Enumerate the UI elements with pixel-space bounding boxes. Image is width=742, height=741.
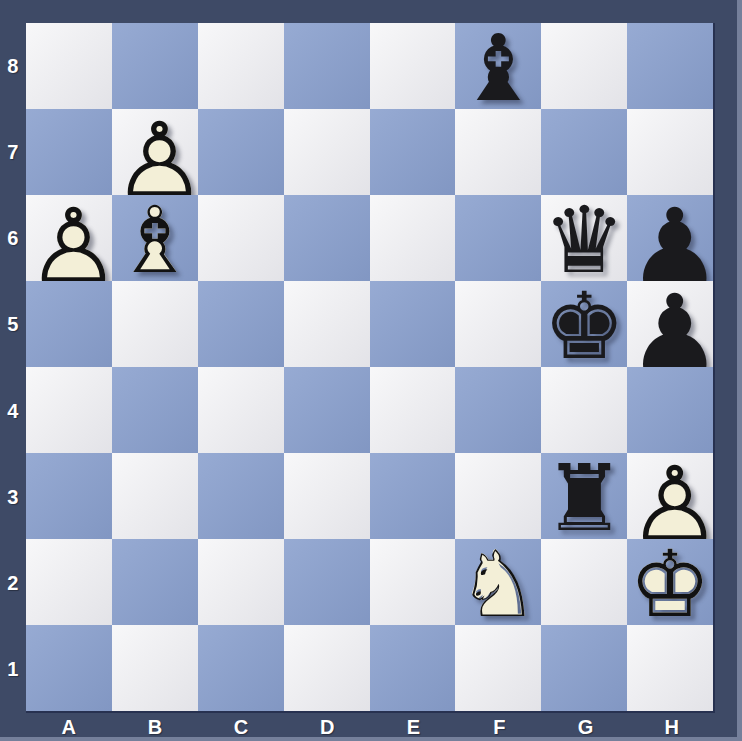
black-rook-glyph: ♜ (543, 453, 625, 545)
rank-label-7: 7 (0, 109, 26, 195)
file-labels: ABCDEFGH (26, 713, 715, 741)
square-e5[interactable] (370, 281, 456, 367)
square-f7[interactable] (455, 109, 541, 195)
square-b6[interactable]: ♝♗ (112, 195, 198, 281)
square-g3[interactable]: ♜ (541, 453, 627, 539)
piece-black-rook-g3[interactable]: ♜ (541, 453, 627, 539)
square-h4[interactable] (627, 367, 713, 453)
square-b5[interactable] (112, 281, 198, 367)
square-e8[interactable] (370, 23, 456, 109)
square-g2[interactable] (541, 539, 627, 625)
square-a5[interactable] (26, 281, 112, 367)
piece-white-pawn-h3[interactable]: ♟♙ (627, 453, 713, 539)
square-d6[interactable] (284, 195, 370, 281)
square-d1[interactable] (284, 625, 370, 711)
square-h2[interactable]: ♚♔ (627, 539, 713, 625)
piece-black-king-g5[interactable]: ♚ (541, 281, 627, 367)
rank-label-1: 1 (0, 627, 26, 713)
square-g8[interactable] (541, 23, 627, 109)
piece-black-pawn-h5[interactable]: ♟ (627, 281, 713, 367)
square-b8[interactable] (112, 23, 198, 109)
square-c6[interactable] (198, 195, 284, 281)
square-h1[interactable] (627, 625, 713, 711)
square-h5[interactable]: ♟ (627, 281, 713, 367)
file-label-c: C (198, 713, 284, 741)
square-e3[interactable] (370, 453, 456, 539)
square-c8[interactable] (198, 23, 284, 109)
square-d5[interactable] (284, 281, 370, 367)
white-bishop-outline-glyph: ♗ (114, 195, 196, 287)
square-f2[interactable]: ♞♘ (455, 539, 541, 625)
square-a8[interactable] (26, 23, 112, 109)
square-f8[interactable]: ♝ (455, 23, 541, 109)
white-knight-outline-glyph: ♘ (457, 539, 539, 631)
rank-label-5: 5 (0, 282, 26, 368)
square-f4[interactable] (455, 367, 541, 453)
square-d7[interactable] (284, 109, 370, 195)
piece-white-king-h2[interactable]: ♚♔ (627, 539, 713, 625)
square-d3[interactable] (284, 453, 370, 539)
rank-label-3: 3 (0, 454, 26, 540)
chess-board: ♝♟♙♟♙♝♗♛♟♚♟♜♟♙♞♘♚♔ (26, 23, 715, 713)
square-a3[interactable] (26, 453, 112, 539)
piece-black-queen-g6[interactable]: ♛ (541, 195, 627, 281)
square-b1[interactable] (112, 625, 198, 711)
square-f3[interactable] (455, 453, 541, 539)
square-e6[interactable] (370, 195, 456, 281)
square-c4[interactable] (198, 367, 284, 453)
piece-black-pawn-h6[interactable]: ♟ (627, 195, 713, 281)
square-h8[interactable] (627, 23, 713, 109)
square-h3[interactable]: ♟♙ (627, 453, 713, 539)
rank-label-6: 6 (0, 196, 26, 282)
square-d4[interactable] (284, 367, 370, 453)
square-e1[interactable] (370, 625, 456, 711)
square-b7[interactable]: ♟♙ (112, 109, 198, 195)
square-a7[interactable] (26, 109, 112, 195)
piece-black-bishop-f8[interactable]: ♝ (455, 23, 541, 109)
rank-labels: 87654321 (0, 23, 26, 713)
white-king-outline-glyph: ♔ (629, 539, 711, 631)
file-label-e: E (371, 713, 457, 741)
square-c5[interactable] (198, 281, 284, 367)
chess-board-frame: 87654321 ABCDEFGH ♝♟♙♟♙♝♗♛♟♚♟♜♟♙♞♘♚♔ (0, 0, 742, 741)
square-g4[interactable] (541, 367, 627, 453)
square-h7[interactable] (627, 109, 713, 195)
square-c3[interactable] (198, 453, 284, 539)
square-a1[interactable] (26, 625, 112, 711)
square-g6[interactable]: ♛ (541, 195, 627, 281)
square-g7[interactable] (541, 109, 627, 195)
square-e7[interactable] (370, 109, 456, 195)
square-g5[interactable]: ♚ (541, 281, 627, 367)
square-a2[interactable] (26, 539, 112, 625)
square-c1[interactable] (198, 625, 284, 711)
rank-label-2: 2 (0, 541, 26, 627)
square-e4[interactable] (370, 367, 456, 453)
square-c2[interactable] (198, 539, 284, 625)
piece-white-pawn-b7[interactable]: ♟♙ (112, 109, 198, 195)
file-label-a: A (26, 713, 112, 741)
rank-label-8: 8 (0, 23, 26, 109)
square-a4[interactable] (26, 367, 112, 453)
square-d8[interactable] (284, 23, 370, 109)
piece-white-knight-f2[interactable]: ♞♘ (455, 539, 541, 625)
square-h6[interactable]: ♟ (627, 195, 713, 281)
square-g1[interactable] (541, 625, 627, 711)
square-d2[interactable] (284, 539, 370, 625)
square-f6[interactable] (455, 195, 541, 281)
file-label-h: H (629, 713, 715, 741)
black-bishop-glyph: ♝ (457, 23, 539, 115)
square-c7[interactable] (198, 109, 284, 195)
square-e2[interactable] (370, 539, 456, 625)
file-label-b: B (112, 713, 198, 741)
black-king-glyph: ♚ (543, 281, 625, 373)
piece-white-pawn-a6[interactable]: ♟♙ (26, 195, 112, 281)
piece-white-bishop-b6[interactable]: ♝♗ (112, 195, 198, 281)
square-b4[interactable] (112, 367, 198, 453)
square-a6[interactable]: ♟♙ (26, 195, 112, 281)
square-f1[interactable] (455, 625, 541, 711)
file-label-g: G (543, 713, 629, 741)
square-b2[interactable] (112, 539, 198, 625)
square-f5[interactable] (455, 281, 541, 367)
rank-label-4: 4 (0, 368, 26, 454)
file-label-d: D (284, 713, 370, 741)
file-label-f: F (457, 713, 543, 741)
square-b3[interactable] (112, 453, 198, 539)
